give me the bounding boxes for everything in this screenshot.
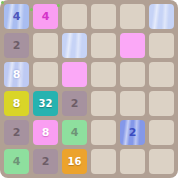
empty-cell-r2c4 bbox=[91, 33, 116, 58]
tile-r4c1-8: 8 bbox=[4, 91, 29, 116]
tile-r1c6-blank bbox=[149, 4, 174, 29]
tile-r1c2-4: 4 bbox=[33, 4, 58, 29]
empty-cell-r3c6 bbox=[149, 62, 174, 87]
tile-r4c3-2: 2 bbox=[62, 91, 87, 116]
empty-cell-r3c2 bbox=[33, 62, 58, 87]
empty-cell-r1c3 bbox=[62, 4, 87, 29]
tile-r2c1-2: 2 bbox=[4, 33, 29, 58]
empty-cell-r3c4 bbox=[91, 62, 116, 87]
tile-r5c1-2: 2 bbox=[4, 120, 29, 145]
tile-r6c1-4: 4 bbox=[4, 149, 29, 174]
tile-r3c3-blank bbox=[62, 62, 87, 87]
tile-r4c2-32: 32 bbox=[33, 91, 58, 116]
empty-cell-r1c4 bbox=[91, 4, 116, 29]
empty-cell-r1c5 bbox=[120, 4, 145, 29]
empty-cell-r5c6 bbox=[149, 120, 174, 145]
empty-cell-r6c6 bbox=[149, 149, 174, 174]
empty-cell-r2c2 bbox=[33, 33, 58, 58]
tile-r2c5-blank bbox=[120, 33, 145, 58]
tile-r5c2-8: 8 bbox=[33, 120, 58, 145]
empty-cell-r2c6 bbox=[149, 33, 174, 58]
empty-cell-r3c5 bbox=[120, 62, 145, 87]
tile-r6c3-16: 16 bbox=[62, 149, 87, 174]
tile-r1c1-4: 4 bbox=[4, 4, 29, 29]
empty-cell-r6c4 bbox=[91, 149, 116, 174]
empty-cell-r5c4 bbox=[91, 120, 116, 145]
game-board[interactable]: 4428832228424216 bbox=[0, 0, 178, 178]
tile-r6c2-2: 2 bbox=[33, 149, 58, 174]
tile-r5c5-2: 2 bbox=[120, 120, 145, 145]
empty-cell-r4c6 bbox=[149, 91, 174, 116]
empty-cell-r4c5 bbox=[120, 91, 145, 116]
tile-r3c1-8: 8 bbox=[4, 62, 29, 87]
tile-r2c3-blank bbox=[62, 33, 87, 58]
empty-cell-r4c4 bbox=[91, 91, 116, 116]
tile-r5c3-4: 4 bbox=[62, 120, 87, 145]
empty-cell-r6c5 bbox=[120, 149, 145, 174]
